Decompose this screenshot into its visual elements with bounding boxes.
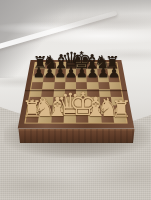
board-front-edge	[18, 128, 135, 144]
square-d3	[64, 97, 76, 105]
square-f1	[88, 114, 101, 123]
square-g2	[100, 105, 113, 114]
square-b5	[42, 82, 54, 89]
square-h5	[109, 82, 121, 89]
square-e1	[76, 114, 89, 123]
square-g1	[100, 114, 113, 123]
square-d5	[65, 82, 76, 89]
square-d6	[65, 75, 76, 82]
board-grid	[24, 62, 127, 123]
square-d1	[63, 114, 76, 123]
square-h3	[111, 97, 124, 105]
square-c1	[51, 114, 64, 123]
square-f3	[88, 97, 100, 105]
square-c6	[54, 75, 65, 82]
square-g5	[98, 82, 110, 89]
board-hinge-seam	[25, 90, 127, 91]
square-b6	[43, 75, 54, 82]
square-b1	[38, 114, 51, 123]
square-e5	[76, 82, 87, 89]
square-e3	[76, 97, 88, 105]
square-c3	[52, 97, 64, 105]
square-e6	[76, 75, 87, 82]
photo-scene: ♜♞♝♛♚♝♞♜♟♟♟♟♟♟♟♟♟♟♟♟♟♟♟♟♜♞♝♛♚♝♞♜	[0, 0, 151, 200]
square-b3	[40, 97, 53, 105]
square-f2	[88, 105, 101, 114]
chess-board	[18, 60, 135, 129]
square-f6	[87, 75, 98, 82]
square-f5	[87, 82, 99, 89]
square-h1	[113, 114, 127, 123]
square-e2	[76, 105, 88, 114]
square-d2	[64, 105, 76, 114]
square-g6	[97, 75, 108, 82]
square-h2	[112, 105, 125, 114]
square-h6	[108, 75, 120, 82]
square-c2	[52, 105, 65, 114]
square-g3	[99, 97, 112, 105]
square-b2	[39, 105, 52, 114]
square-c5	[54, 82, 66, 89]
